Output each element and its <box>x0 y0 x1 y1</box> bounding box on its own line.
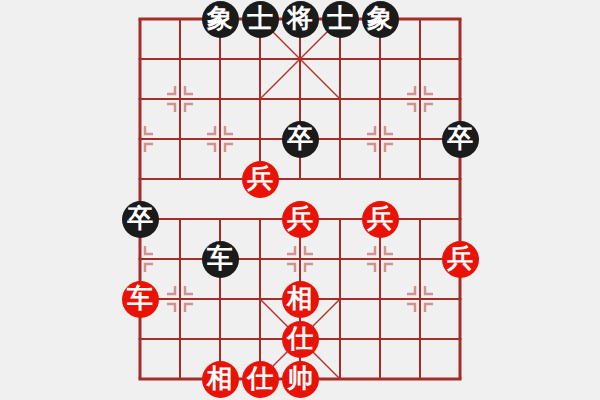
point-8-4[interactable] <box>440 159 480 199</box>
point-1-6[interactable] <box>160 239 200 279</box>
point-5-1[interactable] <box>320 39 360 79</box>
point-6-3[interactable] <box>360 119 400 159</box>
point-7-0[interactable] <box>400 0 440 39</box>
piece-black-advisor[interactable]: 士 <box>242 1 279 38</box>
point-6-8[interactable] <box>360 319 400 359</box>
point-8-1[interactable] <box>440 39 480 79</box>
point-5-9[interactable] <box>320 359 360 399</box>
point-8-9[interactable] <box>440 359 480 399</box>
piece-red-advisor[interactable]: 仕 <box>242 361 279 398</box>
piece-black-soldier[interactable]: 卒 <box>122 201 159 238</box>
point-4-2[interactable] <box>280 79 320 119</box>
point-6-9[interactable] <box>360 359 400 399</box>
point-1-5[interactable] <box>160 199 200 239</box>
point-0-0[interactable] <box>120 0 160 39</box>
point-1-2[interactable] <box>160 79 200 119</box>
point-8-0[interactable] <box>440 0 480 39</box>
piece-black-soldier[interactable]: 卒 <box>282 121 319 158</box>
xiangqi-board: 象士将士象卒卒兵卒兵兵车兵车相仕相仕帅 <box>0 0 600 400</box>
point-5-6[interactable] <box>320 239 360 279</box>
point-2-5[interactable] <box>200 199 240 239</box>
point-3-6[interactable] <box>240 239 280 279</box>
point-6-0[interactable]: 象 <box>360 0 400 39</box>
point-3-7[interactable] <box>240 279 280 319</box>
point-4-9[interactable]: 帅 <box>280 359 320 399</box>
point-4-1[interactable] <box>280 39 320 79</box>
point-0-5[interactable]: 卒 <box>120 199 160 239</box>
point-4-3[interactable]: 卒 <box>280 119 320 159</box>
point-0-2[interactable] <box>120 79 160 119</box>
point-3-2[interactable] <box>240 79 280 119</box>
point-7-6[interactable] <box>400 239 440 279</box>
point-5-8[interactable] <box>320 319 360 359</box>
point-3-5[interactable] <box>240 199 280 239</box>
point-4-0[interactable]: 将 <box>280 0 320 39</box>
piece-red-soldier[interactable]: 兵 <box>442 241 479 278</box>
point-7-2[interactable] <box>400 79 440 119</box>
point-8-3[interactable]: 卒 <box>440 119 480 159</box>
point-1-9[interactable] <box>160 359 200 399</box>
point-2-2[interactable] <box>200 79 240 119</box>
point-2-8[interactable] <box>200 319 240 359</box>
point-0-1[interactable] <box>120 39 160 79</box>
point-8-2[interactable] <box>440 79 480 119</box>
piece-black-general[interactable]: 将 <box>282 1 319 38</box>
point-5-4[interactable] <box>320 159 360 199</box>
point-5-2[interactable] <box>320 79 360 119</box>
point-6-1[interactable] <box>360 39 400 79</box>
point-2-4[interactable] <box>200 159 240 199</box>
point-1-4[interactable] <box>160 159 200 199</box>
piece-black-advisor[interactable]: 士 <box>322 1 359 38</box>
point-1-0[interactable] <box>160 0 200 39</box>
point-6-5[interactable]: 兵 <box>360 199 400 239</box>
point-2-3[interactable] <box>200 119 240 159</box>
point-6-4[interactable] <box>360 159 400 199</box>
point-7-8[interactable] <box>400 319 440 359</box>
point-0-7[interactable]: 车 <box>120 279 160 319</box>
point-4-7[interactable]: 相 <box>280 279 320 319</box>
point-2-6[interactable]: 车 <box>200 239 240 279</box>
piece-black-elephant[interactable]: 象 <box>362 1 399 38</box>
point-3-3[interactable] <box>240 119 280 159</box>
point-7-9[interactable] <box>400 359 440 399</box>
point-4-8[interactable]: 仕 <box>280 319 320 359</box>
point-6-2[interactable] <box>360 79 400 119</box>
point-1-8[interactable] <box>160 319 200 359</box>
point-0-8[interactable] <box>120 319 160 359</box>
point-6-7[interactable] <box>360 279 400 319</box>
point-7-1[interactable] <box>400 39 440 79</box>
point-6-6[interactable] <box>360 239 400 279</box>
point-5-0[interactable]: 士 <box>320 0 360 39</box>
piece-red-chariot[interactable]: 车 <box>122 281 159 318</box>
point-1-7[interactable] <box>160 279 200 319</box>
point-8-6[interactable]: 兵 <box>440 239 480 279</box>
point-7-5[interactable] <box>400 199 440 239</box>
point-4-4[interactable] <box>280 159 320 199</box>
point-5-3[interactable] <box>320 119 360 159</box>
piece-black-soldier[interactable]: 卒 <box>442 121 479 158</box>
point-8-8[interactable] <box>440 319 480 359</box>
point-2-9[interactable]: 相 <box>200 359 240 399</box>
point-2-0[interactable]: 象 <box>200 0 240 39</box>
piece-red-soldier[interactable]: 兵 <box>242 161 279 198</box>
piece-red-elephant[interactable]: 相 <box>202 361 239 398</box>
point-0-6[interactable] <box>120 239 160 279</box>
board-grid: 象士将士象卒卒兵卒兵兵车兵车相仕相仕帅 <box>120 0 480 399</box>
point-0-3[interactable] <box>120 119 160 159</box>
piece-red-general[interactable]: 帅 <box>282 361 319 398</box>
point-3-1[interactable] <box>240 39 280 79</box>
piece-red-advisor[interactable]: 仕 <box>282 321 319 358</box>
point-5-5[interactable] <box>320 199 360 239</box>
point-8-5[interactable] <box>440 199 480 239</box>
point-3-8[interactable] <box>240 319 280 359</box>
point-4-6[interactable] <box>280 239 320 279</box>
point-8-7[interactable] <box>440 279 480 319</box>
point-7-4[interactable] <box>400 159 440 199</box>
piece-red-elephant[interactable]: 相 <box>282 281 319 318</box>
point-7-3[interactable] <box>400 119 440 159</box>
point-2-1[interactable] <box>200 39 240 79</box>
point-0-4[interactable] <box>120 159 160 199</box>
point-1-3[interactable] <box>160 119 200 159</box>
piece-red-soldier[interactable]: 兵 <box>362 201 399 238</box>
piece-red-soldier[interactable]: 兵 <box>282 201 319 238</box>
point-3-0[interactable]: 士 <box>240 0 280 39</box>
point-7-7[interactable] <box>400 279 440 319</box>
point-1-1[interactable] <box>160 39 200 79</box>
point-3-4[interactable]: 兵 <box>240 159 280 199</box>
point-4-5[interactable]: 兵 <box>280 199 320 239</box>
point-5-7[interactable] <box>320 279 360 319</box>
piece-black-chariot[interactable]: 车 <box>202 241 239 278</box>
point-2-7[interactable] <box>200 279 240 319</box>
piece-black-elephant[interactable]: 象 <box>202 1 239 38</box>
point-3-9[interactable]: 仕 <box>240 359 280 399</box>
point-0-9[interactable] <box>120 359 160 399</box>
